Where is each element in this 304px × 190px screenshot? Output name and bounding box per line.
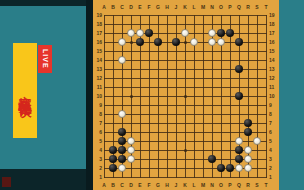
white-stone-C14 bbox=[118, 56, 126, 64]
white-stone-S5 bbox=[253, 137, 261, 145]
coordinate-label: G bbox=[154, 181, 163, 189]
white-stone-D17 bbox=[127, 29, 135, 37]
coordinate-label: K bbox=[181, 181, 190, 189]
black-stone-C5 bbox=[118, 137, 126, 145]
black-stone-Q3 bbox=[235, 155, 243, 163]
coordinate-label: E bbox=[136, 181, 145, 189]
coordinate-label: H bbox=[163, 181, 172, 189]
black-stone-Q13 bbox=[235, 65, 243, 73]
black-stone-N3 bbox=[208, 155, 216, 163]
coordinate-label: F bbox=[145, 181, 154, 189]
black-stone-J16 bbox=[172, 38, 180, 46]
stream-title-banner: 实战常见错误 bbox=[13, 43, 37, 138]
black-stone-C3 bbox=[118, 155, 126, 163]
black-stone-C4 bbox=[118, 146, 126, 154]
stream-title-text: 实战常见错误 bbox=[19, 85, 32, 97]
black-stone-R7 bbox=[244, 119, 252, 127]
coordinate-label: T bbox=[262, 181, 271, 189]
black-stone-O2 bbox=[217, 164, 225, 172]
white-stone-D3 bbox=[127, 155, 135, 163]
white-stone-O16 bbox=[217, 38, 225, 46]
black-stone-B4 bbox=[109, 146, 117, 154]
black-stone-G16 bbox=[154, 38, 162, 46]
black-stone-Q10 bbox=[235, 92, 243, 100]
coordinate-label: Q bbox=[235, 181, 244, 189]
stones-layer bbox=[100, 11, 271, 182]
column-labels-bottom: ABCDEFGHJKLMNOPQRST bbox=[100, 181, 271, 189]
white-stone-D4 bbox=[127, 146, 135, 154]
panel-divider bbox=[86, 0, 93, 190]
black-stone-Q16 bbox=[235, 38, 243, 46]
black-stone-O17 bbox=[217, 29, 225, 37]
coordinate-label: O bbox=[217, 181, 226, 189]
coordinate-label: C bbox=[118, 181, 127, 189]
coordinate-label: M bbox=[199, 181, 208, 189]
white-stone-D5 bbox=[127, 137, 135, 145]
corner-red-mark bbox=[2, 177, 11, 187]
coordinate-label: S bbox=[253, 181, 262, 189]
broadcast-frame: 实战常见错误 LIVE ABCDEFGHJKLMNOPQRST ABCDEFGH… bbox=[0, 0, 304, 190]
go-board: ABCDEFGHJKLMNOPQRST ABCDEFGHJKLMNOPQRST … bbox=[93, 0, 279, 190]
white-stone-R2 bbox=[244, 164, 252, 172]
black-stone-R6 bbox=[244, 128, 252, 136]
coordinate-label: P bbox=[226, 181, 235, 189]
white-stone-Q5 bbox=[235, 137, 243, 145]
white-stone-R3 bbox=[244, 155, 252, 163]
black-stone-B2 bbox=[109, 164, 117, 172]
live-badge: LIVE bbox=[38, 45, 52, 73]
black-stone-C6 bbox=[118, 128, 126, 136]
white-stone-N17 bbox=[208, 29, 216, 37]
coordinate-label: N bbox=[208, 181, 217, 189]
white-stone-L16 bbox=[190, 38, 198, 46]
coordinate-label: L bbox=[190, 181, 199, 189]
black-stone-P2 bbox=[226, 164, 234, 172]
black-stone-E16 bbox=[136, 38, 144, 46]
white-stone-K17 bbox=[181, 29, 189, 37]
white-stone-C2 bbox=[118, 164, 126, 172]
white-stone-N16 bbox=[208, 38, 216, 46]
coordinate-label: B bbox=[109, 181, 118, 189]
white-stone-Q2 bbox=[235, 164, 243, 172]
coordinate-label: D bbox=[127, 181, 136, 189]
black-stone-B3 bbox=[109, 155, 117, 163]
coordinate-label: A bbox=[100, 181, 109, 189]
white-stone-C16 bbox=[118, 38, 126, 46]
coordinate-label: J bbox=[172, 181, 181, 189]
black-stone-Q4 bbox=[235, 146, 243, 154]
white-stone-R4 bbox=[244, 146, 252, 154]
black-stone-F17 bbox=[145, 29, 153, 37]
live-badge-label: LIVE bbox=[42, 49, 49, 69]
coordinate-label: R bbox=[244, 181, 253, 189]
black-stone-P17 bbox=[226, 29, 234, 37]
white-stone-C8 bbox=[118, 110, 126, 118]
white-stone-E17 bbox=[136, 29, 144, 37]
